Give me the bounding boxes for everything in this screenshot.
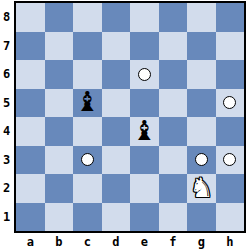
square-h5[interactable] xyxy=(216,89,245,118)
square-a8[interactable] xyxy=(16,3,45,32)
square-d1[interactable] xyxy=(102,203,131,232)
square-e2[interactable] xyxy=(130,174,159,203)
square-d7[interactable] xyxy=(102,32,131,61)
square-c1[interactable] xyxy=(73,203,102,232)
square-f4[interactable] xyxy=(159,117,188,146)
file-label-b: b xyxy=(45,234,74,249)
square-b7[interactable] xyxy=(45,32,74,61)
rank-label-8: 8 xyxy=(0,3,13,32)
chess-board: ♝♝♞ xyxy=(14,1,246,233)
square-d8[interactable] xyxy=(102,3,131,32)
square-g5[interactable] xyxy=(187,89,216,118)
square-a5[interactable] xyxy=(16,89,45,118)
square-d4[interactable] xyxy=(102,117,131,146)
target-marker xyxy=(195,153,208,166)
square-c8[interactable] xyxy=(73,3,102,32)
rank-label-6: 6 xyxy=(0,60,13,89)
square-b8[interactable] xyxy=(45,3,74,32)
square-g2[interactable]: ♞ xyxy=(187,174,216,203)
file-label-e: e xyxy=(130,234,159,249)
square-h4[interactable] xyxy=(216,117,245,146)
black-bishop: ♝ xyxy=(75,88,99,115)
rank-labels: 87654321 xyxy=(0,3,13,231)
rank-label-5: 5 xyxy=(0,89,13,118)
square-e7[interactable] xyxy=(130,32,159,61)
square-g4[interactable] xyxy=(187,117,216,146)
target-marker xyxy=(81,153,94,166)
square-d2[interactable] xyxy=(102,174,131,203)
file-labels: abcdefgh xyxy=(16,234,244,249)
square-e1[interactable] xyxy=(130,203,159,232)
square-d5[interactable] xyxy=(102,89,131,118)
square-g7[interactable] xyxy=(187,32,216,61)
square-a7[interactable] xyxy=(16,32,45,61)
rank-label-7: 7 xyxy=(0,32,13,61)
square-h3[interactable] xyxy=(216,146,245,175)
square-g8[interactable] xyxy=(187,3,216,32)
square-g1[interactable] xyxy=(187,203,216,232)
square-b4[interactable] xyxy=(45,117,74,146)
file-label-h: h xyxy=(216,234,245,249)
square-h2[interactable] xyxy=(216,174,245,203)
square-c4[interactable] xyxy=(73,117,102,146)
square-f1[interactable] xyxy=(159,203,188,232)
file-label-f: f xyxy=(159,234,188,249)
square-c3[interactable] xyxy=(73,146,102,175)
target-marker xyxy=(138,68,151,81)
square-c2[interactable] xyxy=(73,174,102,203)
file-label-d: d xyxy=(102,234,131,249)
target-marker xyxy=(223,153,236,166)
rank-label-1: 1 xyxy=(0,203,13,232)
square-a3[interactable] xyxy=(16,146,45,175)
black-bishop: ♝ xyxy=(132,117,156,144)
square-d3[interactable] xyxy=(102,146,131,175)
white-knight: ♞ xyxy=(189,174,213,201)
square-b5[interactable] xyxy=(45,89,74,118)
file-label-a: a xyxy=(16,234,45,249)
rank-label-4: 4 xyxy=(0,117,13,146)
square-g3[interactable] xyxy=(187,146,216,175)
square-a6[interactable] xyxy=(16,60,45,89)
square-e6[interactable] xyxy=(130,60,159,89)
file-label-g: g xyxy=(187,234,216,249)
square-b1[interactable] xyxy=(45,203,74,232)
square-d6[interactable] xyxy=(102,60,131,89)
square-g6[interactable] xyxy=(187,60,216,89)
square-h6[interactable] xyxy=(216,60,245,89)
square-e5[interactable] xyxy=(130,89,159,118)
square-h8[interactable] xyxy=(216,3,245,32)
file-label-c: c xyxy=(73,234,102,249)
square-f7[interactable] xyxy=(159,32,188,61)
square-f5[interactable] xyxy=(159,89,188,118)
rank-label-2: 2 xyxy=(0,174,13,203)
square-e4[interactable]: ♝ xyxy=(130,117,159,146)
square-h7[interactable] xyxy=(216,32,245,61)
square-h1[interactable] xyxy=(216,203,245,232)
square-e3[interactable] xyxy=(130,146,159,175)
square-a2[interactable] xyxy=(16,174,45,203)
square-b6[interactable] xyxy=(45,60,74,89)
square-c7[interactable] xyxy=(73,32,102,61)
square-c5[interactable]: ♝ xyxy=(73,89,102,118)
square-b2[interactable] xyxy=(45,174,74,203)
square-e8[interactable] xyxy=(130,3,159,32)
square-b3[interactable] xyxy=(45,146,74,175)
square-f8[interactable] xyxy=(159,3,188,32)
square-a4[interactable] xyxy=(16,117,45,146)
target-marker xyxy=(223,96,236,109)
rank-label-3: 3 xyxy=(0,146,13,175)
square-f2[interactable] xyxy=(159,174,188,203)
square-a1[interactable] xyxy=(16,203,45,232)
square-f3[interactable] xyxy=(159,146,188,175)
square-c6[interactable] xyxy=(73,60,102,89)
square-f6[interactable] xyxy=(159,60,188,89)
